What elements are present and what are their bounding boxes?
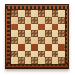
square-b8 (18, 10, 25, 17)
square-c5 (25, 30, 32, 37)
square-g6 (52, 24, 59, 31)
square-c8 (25, 10, 32, 17)
square-d5 (31, 30, 38, 37)
square-d7 (31, 17, 38, 24)
square-d6 (31, 24, 38, 31)
square-c1 (25, 57, 32, 64)
square-e8 (38, 10, 45, 17)
square-g7 (52, 17, 59, 24)
board-grid (11, 10, 65, 64)
square-b5 (18, 30, 25, 37)
square-d8 (31, 10, 38, 17)
square-d4 (31, 37, 38, 44)
square-b7 (18, 17, 25, 24)
square-e3 (38, 44, 45, 51)
square-a8 (11, 10, 18, 17)
square-b6 (18, 24, 25, 31)
square-f8 (45, 10, 52, 17)
square-g3 (52, 44, 59, 51)
square-e2 (38, 51, 45, 58)
square-c6 (25, 24, 32, 31)
frame-ornament-top (6, 6, 68, 9)
square-e5 (38, 30, 45, 37)
square-g5 (52, 30, 59, 37)
square-e7 (38, 17, 45, 24)
square-e4 (38, 37, 45, 44)
square-b3 (18, 44, 25, 51)
square-h4 (58, 37, 65, 44)
square-a1 (11, 57, 18, 64)
square-f1 (45, 57, 52, 64)
square-g2 (52, 51, 59, 58)
square-c2 (25, 51, 32, 58)
square-h1 (58, 57, 65, 64)
square-b1 (18, 57, 25, 64)
square-f5 (45, 30, 52, 37)
square-a3 (11, 44, 18, 51)
square-f6 (45, 24, 52, 31)
square-d3 (31, 44, 38, 51)
square-h8 (58, 10, 65, 17)
square-a4 (11, 37, 18, 44)
square-f7 (45, 17, 52, 24)
square-a5 (11, 30, 18, 37)
square-c4 (25, 37, 32, 44)
square-f4 (45, 37, 52, 44)
square-e6 (38, 24, 45, 31)
square-g8 (52, 10, 59, 17)
square-f2 (45, 51, 52, 58)
chessboard (5, 4, 69, 68)
square-h3 (58, 44, 65, 51)
square-h7 (58, 17, 65, 24)
square-a2 (11, 51, 18, 58)
square-d2 (31, 51, 38, 58)
square-b4 (18, 37, 25, 44)
square-h6 (58, 24, 65, 31)
square-c7 (25, 17, 32, 24)
square-a7 (11, 17, 18, 24)
square-h5 (58, 30, 65, 37)
square-h2 (58, 51, 65, 58)
square-g1 (52, 57, 59, 64)
square-a6 (11, 24, 18, 31)
square-e1 (38, 57, 45, 64)
frame-ornament-left (7, 8, 10, 64)
square-b2 (18, 51, 25, 58)
square-g4 (52, 37, 59, 44)
square-c3 (25, 44, 32, 51)
square-d1 (31, 57, 38, 64)
square-f3 (45, 44, 52, 51)
